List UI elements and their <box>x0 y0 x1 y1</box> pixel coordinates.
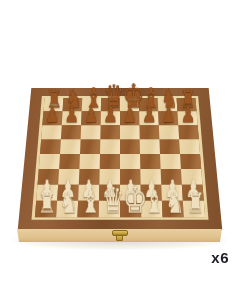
white-pawn: ♟ <box>144 179 159 198</box>
square-d1: ♛ <box>99 201 120 218</box>
square-h4 <box>180 154 201 169</box>
square-c5 <box>80 139 100 154</box>
square-c3 <box>79 169 100 185</box>
square-h5 <box>179 139 200 154</box>
square-a2: ♟ <box>36 185 58 201</box>
square-f4 <box>140 154 161 169</box>
white-pawn: ♟ <box>123 179 138 198</box>
square-f6 <box>139 125 159 139</box>
square-f3 <box>140 169 161 185</box>
square-d6 <box>100 125 120 139</box>
square-g2: ♟ <box>161 185 183 201</box>
square-f1: ♝ <box>141 201 163 218</box>
square-a7: ♟ <box>42 111 62 125</box>
pack-quantity-badge: x6 <box>211 249 229 266</box>
square-f8: ♝ <box>139 98 158 111</box>
square-c7: ♟ <box>81 111 101 125</box>
square-f2: ♟ <box>141 185 162 201</box>
square-a3 <box>38 169 60 185</box>
black-bishop: ♝ <box>84 87 98 109</box>
square-c6 <box>81 125 101 139</box>
square-e1: ♚ <box>120 201 141 218</box>
square-b1: ♞ <box>56 201 78 218</box>
square-b2: ♟ <box>57 185 79 201</box>
square-d8: ♛ <box>101 98 120 111</box>
black-knight: ♞ <box>161 89 175 110</box>
black-king: ♚ <box>122 83 136 110</box>
board-front-edge <box>17 229 222 242</box>
white-pawn: ♟ <box>60 179 75 198</box>
square-b6 <box>61 125 81 139</box>
square-h8: ♜ <box>177 98 197 111</box>
white-pawn: ♟ <box>185 179 200 198</box>
black-bishop: ♝ <box>142 87 156 109</box>
board-squares: ♜♞♝♛♚♝♞♜♟♟♟♟♟♟♟♟♟♟♟♟♟♟♟♟♜♞♝♛♚♝♞♜ <box>31 96 208 220</box>
white-queen: ♛ <box>102 187 118 215</box>
square-f7: ♟ <box>139 111 159 125</box>
square-g5 <box>159 139 180 154</box>
square-a5 <box>40 139 61 154</box>
square-b5 <box>60 139 81 154</box>
square-g1: ♞ <box>162 201 184 218</box>
square-e7: ♟ <box>120 111 139 125</box>
square-e2: ♟ <box>120 185 141 201</box>
square-h2: ♟ <box>182 185 204 201</box>
square-g8: ♞ <box>158 98 178 111</box>
square-d4 <box>100 154 120 169</box>
black-rook: ♜ <box>180 89 194 109</box>
square-b8: ♞ <box>63 98 83 111</box>
chess-board: ♜♞♝♛♚♝♞♜♟♟♟♟♟♟♟♟♟♟♟♟♟♟♟♟♜♞♝♛♚♝♞♜ <box>18 88 223 230</box>
square-d3 <box>99 169 120 185</box>
white-pawn: ♟ <box>81 179 96 198</box>
square-e3 <box>120 169 141 185</box>
square-c8: ♝ <box>82 98 101 111</box>
square-d5 <box>100 139 120 154</box>
square-a8: ♜ <box>43 98 63 111</box>
square-b7: ♟ <box>62 111 82 125</box>
square-d7: ♟ <box>101 111 120 125</box>
square-h7: ♟ <box>177 111 197 125</box>
square-e6 <box>120 125 140 139</box>
square-g6 <box>159 125 179 139</box>
square-g3 <box>161 169 182 185</box>
square-c2: ♟ <box>78 185 99 201</box>
square-e4 <box>120 154 140 169</box>
square-h3 <box>181 169 203 185</box>
square-g4 <box>160 154 181 169</box>
square-c4 <box>79 154 100 169</box>
black-knight: ♞ <box>65 89 79 110</box>
brass-clasp <box>112 230 128 236</box>
square-h6 <box>178 125 199 139</box>
square-h1: ♜ <box>183 201 205 218</box>
square-a4 <box>39 154 60 169</box>
square-a6 <box>41 125 62 139</box>
white-king: ♚ <box>123 185 139 215</box>
white-pawn: ♟ <box>165 179 180 198</box>
square-c1: ♝ <box>77 201 99 218</box>
square-b4 <box>59 154 80 169</box>
square-e5 <box>120 139 140 154</box>
white-pawn: ♟ <box>39 179 54 198</box>
square-d2: ♟ <box>99 185 120 201</box>
white-pawn: ♟ <box>102 179 117 198</box>
square-b3 <box>58 169 79 185</box>
black-queen: ♛ <box>103 84 117 109</box>
square-a1: ♜ <box>35 201 57 218</box>
square-e8: ♚ <box>120 98 139 111</box>
black-rook: ♜ <box>46 89 60 109</box>
square-f5 <box>140 139 160 154</box>
product-photo: ♜♞♝♛♚♝♞♜♟♟♟♟♟♟♟♟♟♟♟♟♟♟♟♟♜♞♝♛♚♝♞♜ x6 <box>0 0 236 305</box>
square-g7: ♟ <box>158 111 178 125</box>
